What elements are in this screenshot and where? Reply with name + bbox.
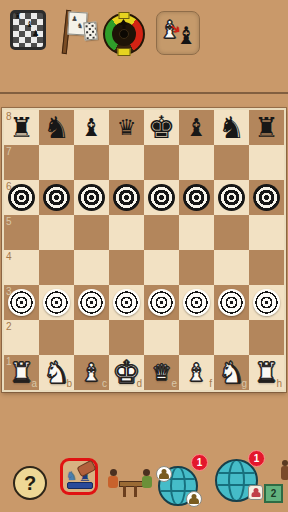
square-f6[interactable] (179, 180, 214, 215)
notification-badge: 1 (191, 454, 208, 471)
piece-black-bia-b6[interactable] (43, 184, 70, 211)
piece-black-bia-h6[interactable] (253, 184, 280, 211)
globe-parallel (215, 472, 258, 474)
bot-avatar-icon (248, 485, 263, 500)
square-f1[interactable]: f♝ (179, 355, 214, 390)
square-g6[interactable] (214, 180, 249, 215)
piece-black-bia-c6[interactable] (78, 184, 105, 211)
square-b7[interactable] (39, 145, 74, 180)
piece-black-bia-d6[interactable] (113, 184, 140, 211)
square-a8[interactable]: 8♜ (4, 110, 39, 145)
rank-label-3: 3 (6, 287, 12, 297)
mode-knight-icon: ♞ (66, 470, 77, 482)
square-h2[interactable] (249, 320, 284, 355)
square-g7[interactable] (214, 145, 249, 180)
square-b4[interactable] (39, 250, 74, 285)
hand-icon (76, 460, 96, 478)
square-c6[interactable] (74, 180, 109, 215)
square-f3[interactable] (179, 285, 214, 320)
piece-white-bia-b3[interactable] (43, 289, 70, 316)
strength-gauge-icon[interactable] (103, 13, 145, 55)
piece-white-bia-c3[interactable] (78, 289, 105, 316)
square-d7[interactable] (109, 145, 144, 180)
board: 8♜♞♝♛♚♝♞♜7654321a♜b♞c♝d♚e♛f♝g♞h♜ (2, 108, 286, 392)
piece-white-rua-a1[interactable]: ♜ (9, 359, 33, 386)
rank-label-2: 2 (6, 322, 12, 332)
notification-badge: 1 (248, 450, 265, 467)
square-d4[interactable] (109, 250, 144, 285)
square-c1[interactable]: c♝ (74, 355, 109, 390)
square-d1[interactable]: d♚ (109, 355, 144, 390)
piece-black-bia-e6[interactable] (148, 184, 175, 211)
globe-meridian (228, 459, 245, 502)
piece-black-khon-f8[interactable]: ♝ (185, 115, 207, 140)
square-d2[interactable] (109, 320, 144, 355)
gauge-tab (118, 48, 131, 56)
square-h1[interactable]: h♜ (249, 355, 284, 390)
square-f7[interactable] (179, 145, 214, 180)
flag-scoresheet-icon[interactable]: ♟ ♞ (57, 9, 95, 55)
file-label-d: d (136, 379, 142, 389)
square-c8[interactable]: ♝ (74, 110, 109, 145)
square-h5[interactable] (249, 215, 284, 250)
rank-label-7: 7 (6, 147, 12, 157)
square-h6[interactable] (249, 180, 284, 215)
file-label-e: e (171, 379, 177, 389)
square-e2[interactable] (144, 320, 179, 355)
square-g4[interactable] (214, 250, 249, 285)
square-f5[interactable] (179, 215, 214, 250)
piece-black-ma-b8[interactable]: ♞ (43, 113, 70, 143)
piece-white-bia-h3[interactable] (253, 289, 280, 316)
square-g3[interactable] (214, 285, 249, 320)
piece-black-khun-e8[interactable]: ♚ (148, 112, 176, 143)
person-icon (142, 476, 152, 488)
rank-label-5: 5 (6, 217, 12, 227)
table-leg (134, 486, 137, 497)
square-b6[interactable] (39, 180, 74, 215)
square-a6[interactable]: 6 (4, 180, 39, 215)
square-d3[interactable] (109, 285, 144, 320)
divider (0, 92, 288, 94)
square-b8[interactable]: ♞ (39, 110, 74, 145)
square-e4[interactable] (144, 250, 179, 285)
flag-card (83, 21, 98, 40)
piece-black-ma-g8[interactable]: ♞ (218, 113, 245, 143)
square-a5[interactable]: 5 (4, 215, 39, 250)
piece-white-khon-c1[interactable]: ♝ (80, 360, 102, 385)
piece-white-khon-f1[interactable]: ♝ (185, 360, 207, 385)
local-two-player-button[interactable] (108, 467, 152, 499)
square-a1[interactable]: 1a♜ (4, 355, 39, 390)
file-label-b: b (66, 379, 72, 389)
piece-white-rua-h1[interactable]: ♜ (254, 359, 278, 386)
square-c4[interactable] (74, 250, 109, 285)
help-label: ? (24, 472, 36, 495)
help-button[interactable]: ? (13, 466, 47, 500)
square-e7[interactable] (144, 145, 179, 180)
mini-chessboard-icon[interactable]: ♜ ♝ ♟ (10, 10, 46, 50)
square-h3[interactable] (249, 285, 284, 320)
square-a7[interactable]: 7 (4, 145, 39, 180)
gauge-hub (119, 29, 129, 39)
globe-meridian (170, 466, 186, 506)
square-c7[interactable] (74, 145, 109, 180)
square-e3[interactable] (144, 285, 179, 320)
square-g5[interactable] (214, 215, 249, 250)
square-b5[interactable] (39, 215, 74, 250)
rank-label-8: 8 (6, 112, 12, 122)
piece-white-bia-e3[interactable] (148, 289, 175, 316)
side-select-pieces-icon[interactable]: ♝ ♝ ➔ (156, 11, 200, 55)
square-a2[interactable]: 2 (4, 320, 39, 355)
piece-black-rua-h8[interactable]: ♜ (254, 114, 278, 141)
piece-white-bia-a3[interactable] (8, 289, 35, 316)
square-e6[interactable] (144, 180, 179, 215)
file-label-h: h (276, 379, 282, 389)
mini-board-piece-icon: ♜ (14, 13, 21, 21)
flag-glyph: ♞ (77, 23, 84, 30)
mini-board-piece-icon: ♝ (26, 21, 33, 29)
square-b3[interactable] (39, 285, 74, 320)
square-h8[interactable]: ♜ (249, 110, 284, 145)
file-label-f: f (209, 379, 212, 389)
square-g2[interactable] (214, 320, 249, 355)
piece-black-met-d8[interactable]: ♛ (117, 117, 137, 139)
square-a3[interactable]: 3 (4, 285, 39, 320)
square-f2[interactable] (179, 320, 214, 355)
gauge-tab (119, 12, 130, 19)
square-c2[interactable] (74, 320, 109, 355)
square-e8[interactable]: ♚ (144, 110, 179, 145)
piece-black-khon-c8[interactable]: ♝ (80, 115, 102, 140)
rank-label-6: 6 (6, 182, 12, 192)
person-icon (143, 469, 150, 476)
online-server-button[interactable]: 1 (215, 450, 267, 502)
piece-black-rua-a8[interactable]: ♜ (9, 114, 33, 141)
square-c3[interactable] (74, 285, 109, 320)
square-g8[interactable]: ♞ (214, 110, 249, 145)
piece-black-bia-a6[interactable] (8, 184, 35, 211)
square-d8[interactable]: ♛ (109, 110, 144, 145)
square-a4[interactable]: 4 (4, 250, 39, 285)
square-e1[interactable]: e♛ (144, 355, 179, 390)
square-g1[interactable]: g♞ (214, 355, 249, 390)
square-d6[interactable] (109, 180, 144, 215)
file-label-c: c (102, 379, 107, 389)
piece-white-bia-f3[interactable] (183, 289, 210, 316)
mode-base (67, 482, 93, 489)
file-label-a: a (31, 379, 37, 389)
player-avatar-icon (156, 466, 172, 482)
piece-black-bia-g6[interactable] (218, 184, 245, 211)
piece-black-bia-f6[interactable] (183, 184, 210, 211)
square-c5[interactable] (74, 215, 109, 250)
table-leg (123, 486, 126, 497)
square-e5[interactable] (144, 215, 179, 250)
piece-white-bia-d3[interactable] (113, 289, 140, 316)
square-h7[interactable] (249, 145, 284, 180)
person-icon (110, 469, 117, 476)
square-h4[interactable] (249, 250, 284, 285)
podium-figure-icon (281, 466, 288, 480)
person-icon (108, 476, 118, 488)
square-b1[interactable]: b♞ (39, 355, 74, 390)
square-d5[interactable] (109, 215, 144, 250)
podium-step-2: 2 (264, 484, 283, 503)
square-f4[interactable] (179, 250, 214, 285)
player-avatar-icon (186, 491, 202, 507)
file-label-g: g (241, 379, 247, 389)
rank-label-1: 1 (6, 357, 12, 367)
piece-white-met-e1[interactable]: ♛ (152, 362, 172, 384)
leaderboard-button[interactable]: 2 (264, 452, 288, 507)
piece-white-bia-g3[interactable] (218, 289, 245, 316)
play-mode-button-selected[interactable]: ♞ ♜ (60, 458, 98, 495)
rank-label-4: 4 (6, 252, 12, 262)
square-b2[interactable] (39, 320, 74, 355)
square-f8[interactable]: ♝ (179, 110, 214, 145)
online-players-button[interactable]: 1 (158, 454, 210, 506)
mini-board-piece-icon: ♟ (32, 30, 39, 38)
